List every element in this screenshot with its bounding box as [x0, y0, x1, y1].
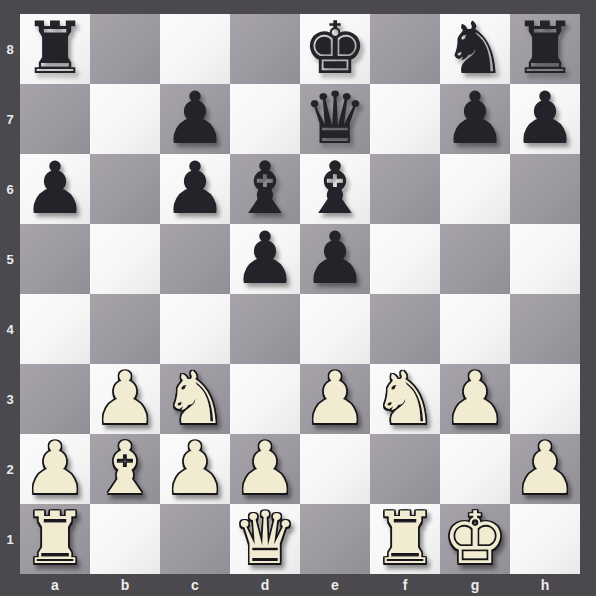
piece-black-rook-h8[interactable]: ♜	[513, 12, 578, 84]
file-label-f: f	[370, 574, 440, 596]
square-f3[interactable]: ♞	[370, 364, 440, 434]
square-e3[interactable]: ♟	[300, 364, 370, 434]
piece-black-pawn-g7[interactable]: ♟	[443, 82, 508, 154]
square-d1[interactable]: ♛	[230, 504, 300, 574]
piece-white-pawn-a2[interactable]: ♟	[23, 432, 88, 504]
square-h2[interactable]: ♟	[510, 434, 580, 504]
square-h7[interactable]: ♟	[510, 84, 580, 154]
rank-label-4: 4	[0, 294, 20, 364]
square-d7[interactable]	[230, 84, 300, 154]
square-f4[interactable]	[370, 294, 440, 364]
piece-black-pawn-e5[interactable]: ♟	[303, 222, 368, 294]
square-h8[interactable]: ♜	[510, 14, 580, 84]
square-b5[interactable]	[90, 224, 160, 294]
file-label-e: e	[300, 574, 370, 596]
piece-black-bishop-e6[interactable]: ♝	[303, 152, 368, 224]
square-c5[interactable]	[160, 224, 230, 294]
square-e8[interactable]: ♚	[300, 14, 370, 84]
square-b1[interactable]	[90, 504, 160, 574]
square-f5[interactable]	[370, 224, 440, 294]
square-e2[interactable]	[300, 434, 370, 504]
square-d2[interactable]: ♟	[230, 434, 300, 504]
square-c8[interactable]	[160, 14, 230, 84]
file-label-g: g	[440, 574, 510, 596]
piece-white-knight-c3[interactable]: ♞	[163, 362, 228, 434]
square-g1[interactable]: ♚	[440, 504, 510, 574]
square-f7[interactable]	[370, 84, 440, 154]
square-b3[interactable]: ♟	[90, 364, 160, 434]
piece-black-king-e8[interactable]: ♚	[303, 12, 368, 84]
square-e4[interactable]	[300, 294, 370, 364]
piece-white-queen-d1[interactable]: ♛	[233, 502, 298, 574]
square-c1[interactable]	[160, 504, 230, 574]
piece-black-rook-a8[interactable]: ♜	[23, 12, 88, 84]
piece-white-pawn-h2[interactable]: ♟	[513, 432, 578, 504]
file-label-h: h	[510, 574, 580, 596]
square-d8[interactable]	[230, 14, 300, 84]
square-c4[interactable]	[160, 294, 230, 364]
rank-label-7: 7	[0, 84, 20, 154]
square-d4[interactable]	[230, 294, 300, 364]
square-c7[interactable]: ♟	[160, 84, 230, 154]
square-h5[interactable]	[510, 224, 580, 294]
square-b8[interactable]	[90, 14, 160, 84]
square-c6[interactable]: ♟	[160, 154, 230, 224]
square-g6[interactable]	[440, 154, 510, 224]
square-f6[interactable]	[370, 154, 440, 224]
square-f2[interactable]	[370, 434, 440, 504]
square-d5[interactable]: ♟	[230, 224, 300, 294]
square-g8[interactable]: ♞	[440, 14, 510, 84]
square-a6[interactable]: ♟	[20, 154, 90, 224]
piece-black-knight-g8[interactable]: ♞	[443, 12, 508, 84]
piece-white-knight-f3[interactable]: ♞	[373, 362, 438, 434]
chess-board-frame: 87654321 ♜♚♞♜♟♛♟♟♟♟♝♝♟♟♟♞♟♞♟♟♝♟♟♟♜♛♜♚ ab…	[0, 0, 596, 596]
square-a7[interactable]	[20, 84, 90, 154]
square-h1[interactable]	[510, 504, 580, 574]
piece-white-rook-a1[interactable]: ♜	[23, 502, 88, 574]
piece-white-pawn-c2[interactable]: ♟	[163, 432, 228, 504]
square-a2[interactable]: ♟	[20, 434, 90, 504]
piece-black-pawn-c7[interactable]: ♟	[163, 82, 228, 154]
square-b7[interactable]	[90, 84, 160, 154]
square-h3[interactable]	[510, 364, 580, 434]
piece-black-pawn-c6[interactable]: ♟	[163, 152, 228, 224]
square-c3[interactable]: ♞	[160, 364, 230, 434]
square-b4[interactable]	[90, 294, 160, 364]
square-e5[interactable]: ♟	[300, 224, 370, 294]
square-f1[interactable]: ♜	[370, 504, 440, 574]
piece-white-pawn-e3[interactable]: ♟	[303, 362, 368, 434]
rank-label-1: 1	[0, 504, 20, 574]
square-h4[interactable]	[510, 294, 580, 364]
rank-label-8: 8	[0, 14, 20, 84]
square-e7[interactable]: ♛	[300, 84, 370, 154]
rank-label-5: 5	[0, 224, 20, 294]
square-b6[interactable]	[90, 154, 160, 224]
square-a5[interactable]	[20, 224, 90, 294]
square-c2[interactable]: ♟	[160, 434, 230, 504]
chess-board: ♜♚♞♜♟♛♟♟♟♟♝♝♟♟♟♞♟♞♟♟♝♟♟♟♜♛♜♚	[20, 14, 580, 574]
square-g7[interactable]: ♟	[440, 84, 510, 154]
file-label-c: c	[160, 574, 230, 596]
piece-black-pawn-h7[interactable]: ♟	[513, 82, 578, 154]
piece-white-pawn-g3[interactable]: ♟	[443, 362, 508, 434]
file-label-a: a	[20, 574, 90, 596]
square-d3[interactable]	[230, 364, 300, 434]
square-b2[interactable]: ♝	[90, 434, 160, 504]
square-h6[interactable]	[510, 154, 580, 224]
piece-white-pawn-b3[interactable]: ♟	[93, 362, 158, 434]
file-labels: abcdefgh	[20, 574, 580, 596]
square-a8[interactable]: ♜	[20, 14, 90, 84]
square-e6[interactable]: ♝	[300, 154, 370, 224]
square-g4[interactable]	[440, 294, 510, 364]
piece-white-bishop-b2[interactable]: ♝	[93, 432, 158, 504]
piece-white-king-g1[interactable]: ♚	[443, 502, 508, 574]
file-label-b: b	[90, 574, 160, 596]
rank-label-6: 6	[0, 154, 20, 224]
square-a4[interactable]	[20, 294, 90, 364]
rank-label-3: 3	[0, 364, 20, 434]
square-d6[interactable]: ♝	[230, 154, 300, 224]
piece-black-bishop-d6[interactable]: ♝	[233, 152, 298, 224]
piece-white-rook-f1[interactable]: ♜	[373, 502, 438, 574]
rank-label-2: 2	[0, 434, 20, 504]
file-label-d: d	[230, 574, 300, 596]
square-a3[interactable]	[20, 364, 90, 434]
piece-black-pawn-a6[interactable]: ♟	[23, 152, 88, 224]
square-f8[interactable]	[370, 14, 440, 84]
square-g2[interactable]	[440, 434, 510, 504]
square-a1[interactable]: ♜	[20, 504, 90, 574]
square-g5[interactable]	[440, 224, 510, 294]
square-g3[interactable]: ♟	[440, 364, 510, 434]
piece-black-pawn-d5[interactable]: ♟	[233, 222, 298, 294]
square-e1[interactable]	[300, 504, 370, 574]
rank-labels: 87654321	[0, 14, 20, 574]
piece-white-pawn-d2[interactable]: ♟	[233, 432, 298, 504]
piece-black-queen-e7[interactable]: ♛	[303, 82, 368, 154]
